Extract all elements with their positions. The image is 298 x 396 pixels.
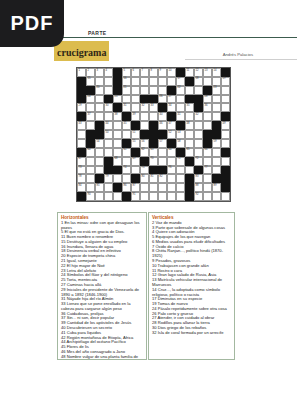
- cell-number: 27: [168, 95, 171, 98]
- grid-cell[interactable]: 18: [194, 77, 203, 86]
- grid-cell[interactable]: 69: [131, 157, 140, 166]
- grid-cell[interactable]: 89: [212, 183, 221, 192]
- black-cell: [131, 121, 140, 130]
- grid-cell[interactable]: [194, 130, 203, 139]
- grid-cell[interactable]: [95, 166, 104, 175]
- grid-cell[interactable]: [113, 192, 122, 201]
- black-cell: [212, 130, 221, 139]
- grid-cell[interactable]: [176, 103, 185, 112]
- cell-number: 92: [195, 193, 198, 196]
- grid-cell[interactable]: [113, 174, 122, 183]
- black-cell: [95, 174, 104, 183]
- grid-cell[interactable]: 74: [122, 166, 131, 175]
- black-cell: [212, 174, 221, 183]
- black-cell: [86, 139, 95, 148]
- grid-cell[interactable]: [176, 95, 185, 104]
- grid-cell[interactable]: 27: [167, 95, 176, 104]
- black-cell: [158, 103, 167, 112]
- cell-number: 39: [132, 113, 135, 116]
- title-highlight: crucigrama: [54, 41, 109, 61]
- grid-cell[interactable]: 78: [77, 174, 86, 183]
- grid-cell[interactable]: 73: [77, 166, 86, 175]
- grid-cell[interactable]: 7: [140, 68, 149, 77]
- grid-cell[interactable]: [221, 139, 230, 148]
- grid-cell[interactable]: [95, 192, 104, 201]
- cell-number: 8: [150, 69, 152, 72]
- grid-cell[interactable]: 65: [185, 148, 194, 157]
- grid-cell[interactable]: 67: [77, 157, 86, 166]
- grid-cell[interactable]: 92: [194, 192, 203, 201]
- grid-cell[interactable]: [113, 121, 122, 130]
- grid-cell[interactable]: [212, 77, 221, 86]
- grid-cell[interactable]: 30: [104, 103, 113, 112]
- cell-number: 28: [204, 95, 207, 98]
- grid-cell[interactable]: [104, 139, 113, 148]
- grid-cell[interactable]: 85: [95, 183, 104, 192]
- black-cell: [149, 95, 158, 104]
- grid-cell[interactable]: [221, 192, 230, 201]
- grid-cell[interactable]: 43: [77, 121, 86, 130]
- grid-cell[interactable]: 56: [140, 139, 149, 148]
- grid-cell[interactable]: 23: [212, 86, 221, 95]
- cell-number: 78: [78, 175, 81, 178]
- grid-cell[interactable]: 34: [167, 103, 176, 112]
- grid-cell[interactable]: 59: [212, 139, 221, 148]
- grid-cell[interactable]: [167, 192, 176, 201]
- black-cell: [185, 183, 194, 192]
- cell-number: 91: [132, 193, 135, 196]
- grid-cell[interactable]: [86, 121, 95, 130]
- grid-cell[interactable]: 79: [104, 174, 113, 183]
- grid-cell[interactable]: [86, 183, 95, 192]
- down-clues-list: 2 Voz de mando3 Parte que sobresale de a…: [152, 221, 231, 336]
- cell-number: 20: [96, 86, 99, 89]
- black-cell: [203, 130, 212, 139]
- black-cell: [77, 148, 86, 157]
- black-cell: [140, 157, 149, 166]
- grid-cell[interactable]: [149, 183, 158, 192]
- cell-number: 66: [204, 148, 207, 151]
- cell-number: 38: [114, 113, 117, 116]
- grid-cell[interactable]: [122, 130, 131, 139]
- grid-cell[interactable]: 76: [167, 166, 176, 175]
- black-cell: [167, 112, 176, 121]
- grid-cell[interactable]: [86, 103, 95, 112]
- grid-cell[interactable]: 80: [140, 174, 149, 183]
- cell-number: 70: [150, 157, 153, 160]
- cell-number: 22: [177, 86, 180, 89]
- grid-cell[interactable]: 51: [131, 130, 140, 139]
- grid-cell[interactable]: 87: [131, 183, 140, 192]
- black-cell: [185, 174, 194, 183]
- cell-number: 74: [123, 166, 126, 169]
- cell-number: 81: [150, 175, 153, 178]
- grid-cell[interactable]: 4: [104, 68, 113, 77]
- grid-cell[interactable]: [212, 148, 221, 157]
- cell-number: 82: [159, 175, 162, 178]
- black-cell: [185, 95, 194, 104]
- grid-cell[interactable]: 24: [86, 95, 95, 104]
- grid-cell[interactable]: [194, 139, 203, 148]
- cell-number: 26: [159, 95, 162, 98]
- black-cell: [122, 139, 131, 148]
- grid-cell[interactable]: 52: [167, 130, 176, 139]
- author-credit: Andrés Palacios: [185, 52, 253, 57]
- grid-cell[interactable]: [185, 112, 194, 121]
- grid-cell[interactable]: [149, 192, 158, 201]
- grid-cell[interactable]: [212, 157, 221, 166]
- grid-cell[interactable]: 83: [194, 174, 203, 183]
- grid-cell[interactable]: 8: [149, 68, 158, 77]
- grid-cell[interactable]: [77, 139, 86, 148]
- cell-number: 30: [105, 104, 108, 107]
- grid-cell[interactable]: [212, 112, 221, 121]
- cell-number: 32: [141, 104, 144, 107]
- grid-cell[interactable]: 5: [122, 68, 131, 77]
- grid-cell[interactable]: 54: [95, 139, 104, 148]
- grid-cell[interactable]: 70: [149, 157, 158, 166]
- grid-cell[interactable]: [203, 112, 212, 121]
- grid-cell[interactable]: [104, 192, 113, 201]
- grid-cell[interactable]: 31: [122, 103, 131, 112]
- grid-cell[interactable]: [194, 86, 203, 95]
- grid-cell[interactable]: [149, 112, 158, 121]
- grid-cell[interactable]: [113, 130, 122, 139]
- cell-number: 6: [132, 69, 134, 72]
- grid-cell[interactable]: 53: [176, 130, 185, 139]
- grid-cell[interactable]: [176, 192, 185, 201]
- black-cell: [185, 77, 194, 86]
- grid-cell[interactable]: 46: [158, 121, 167, 130]
- grid-cell[interactable]: 9: [158, 68, 167, 77]
- black-cell: [221, 112, 230, 121]
- cell-number: 43: [78, 122, 81, 125]
- grid-cell[interactable]: [203, 192, 212, 201]
- grid-cell[interactable]: [194, 121, 203, 130]
- grid-cell[interactable]: 45: [122, 121, 131, 130]
- cell-number: 18: [195, 77, 198, 80]
- grid-cell[interactable]: [131, 86, 140, 95]
- grid-cell[interactable]: 72: [194, 157, 203, 166]
- grid-cell[interactable]: [122, 174, 131, 183]
- cell-number: 2: [87, 69, 89, 72]
- black-cell: [149, 139, 158, 148]
- grid-cell[interactable]: 16: [122, 77, 131, 86]
- grid-cell[interactable]: [149, 86, 158, 95]
- grid-cell[interactable]: [140, 86, 149, 95]
- grid-cell[interactable]: [140, 77, 149, 86]
- grid-cell[interactable]: 1: [77, 68, 86, 77]
- cell-number: 1: [78, 69, 80, 72]
- grid-cell[interactable]: [176, 174, 185, 183]
- cell-number: 23: [213, 86, 216, 89]
- cell-number: 90: [87, 193, 90, 196]
- grid-cell[interactable]: 2: [86, 68, 95, 77]
- grid-cell[interactable]: [158, 157, 167, 166]
- black-cell: [113, 166, 122, 175]
- black-cell: [221, 148, 230, 157]
- grid-cell[interactable]: [203, 183, 212, 192]
- pdf-badge-label: PDF: [11, 12, 54, 35]
- black-cell: [86, 86, 95, 95]
- grid-cell[interactable]: 19: [221, 77, 230, 86]
- grid-cell[interactable]: [86, 174, 95, 183]
- grid-cell[interactable]: [104, 148, 113, 157]
- grid-cell[interactable]: 42: [194, 112, 203, 121]
- cell-number: 12: [195, 69, 198, 72]
- grid-cell[interactable]: [149, 77, 158, 86]
- grid-cell[interactable]: 61: [122, 148, 131, 157]
- grid-cell[interactable]: [185, 86, 194, 95]
- grid-cell[interactable]: [122, 157, 131, 166]
- grid-cell[interactable]: [203, 174, 212, 183]
- grid-cell[interactable]: 22: [176, 86, 185, 95]
- cell-number: 52: [168, 131, 171, 134]
- black-cell: [149, 166, 158, 175]
- grid-cell[interactable]: 38: [113, 112, 122, 121]
- black-cell: [221, 183, 230, 192]
- grid-cell[interactable]: [221, 157, 230, 166]
- grid-cell[interactable]: 21: [122, 86, 131, 95]
- grid-cell[interactable]: [221, 86, 230, 95]
- cell-number: 55: [132, 140, 135, 143]
- grid-cell[interactable]: [86, 157, 95, 166]
- grid-cell[interactable]: 10: [167, 68, 176, 77]
- black-cell: [77, 192, 86, 201]
- black-cell: [104, 157, 113, 166]
- grid-cell[interactable]: 66: [203, 148, 212, 157]
- grid-cell[interactable]: 39: [131, 112, 140, 121]
- grid-cell[interactable]: 11: [185, 68, 194, 77]
- cell-number: 37: [87, 113, 90, 116]
- black-cell: [194, 166, 203, 175]
- grid-cell[interactable]: 55: [131, 139, 140, 148]
- grid-cell[interactable]: [113, 139, 122, 148]
- cell-number: 50: [105, 131, 108, 134]
- grid-cell[interactable]: [158, 148, 167, 157]
- cell-number: 36: [204, 104, 207, 107]
- grid-cell[interactable]: 68: [113, 157, 122, 166]
- grid-cell[interactable]: [167, 174, 176, 183]
- cell-number: 24: [87, 95, 90, 98]
- black-cell: [113, 183, 122, 192]
- grid-cell[interactable]: [158, 192, 167, 201]
- grid-cell[interactable]: 90: [86, 192, 95, 201]
- grid-cell[interactable]: 63: [149, 148, 158, 157]
- grid-cell[interactable]: 33: [149, 103, 158, 112]
- grid-cell[interactable]: 88: [194, 183, 203, 192]
- grid-cell[interactable]: [86, 166, 95, 175]
- grid-cell[interactable]: 86: [122, 183, 131, 192]
- black-cell: [167, 139, 176, 148]
- grid-cell[interactable]: [212, 103, 221, 112]
- grid-cell[interactable]: 25: [113, 95, 122, 104]
- grid-cell[interactable]: [131, 103, 140, 112]
- grid-cell[interactable]: [131, 166, 140, 175]
- grid-cell[interactable]: 6: [131, 68, 140, 77]
- grid-cell[interactable]: 41: [176, 112, 185, 121]
- grid-cell[interactable]: 40: [158, 112, 167, 121]
- grid-cell[interactable]: [104, 86, 113, 95]
- grid-cell[interactable]: [122, 95, 131, 104]
- cell-number: 67: [78, 157, 81, 160]
- black-cell: [221, 68, 230, 77]
- cell-number: 88: [195, 184, 198, 187]
- grid-cell[interactable]: [140, 183, 149, 192]
- grid-cell[interactable]: 29: [77, 103, 86, 112]
- cell-number: 86: [123, 184, 126, 187]
- grid-cell[interactable]: 28: [203, 95, 212, 104]
- cell-number: 40: [159, 113, 162, 116]
- grid-cell[interactable]: 12: [194, 68, 203, 77]
- grid-cell[interactable]: 58: [176, 139, 185, 148]
- grid-cell[interactable]: [176, 166, 185, 175]
- grid-cell[interactable]: 15: [86, 77, 95, 86]
- grid-cell[interactable]: [212, 166, 221, 175]
- page-title: crucigrama: [54, 41, 109, 61]
- cell-number: 41: [177, 113, 180, 116]
- black-cell: [86, 130, 95, 139]
- grid-cell[interactable]: 49: [221, 121, 230, 130]
- grid-cell[interactable]: 50: [104, 130, 113, 139]
- cell-number: 72: [195, 157, 198, 160]
- cell-number: 35: [186, 104, 189, 107]
- grid-cell[interactable]: 64: [167, 148, 176, 157]
- down-clues-box: Verticales 2 Voz de mando3 Parte que sob…: [148, 212, 235, 360]
- grid-cell[interactable]: [77, 130, 86, 139]
- grid-cell[interactable]: [221, 130, 230, 139]
- grid-cell[interactable]: 75: [140, 166, 149, 175]
- grid-cell[interactable]: [104, 77, 113, 86]
- grid-cell[interactable]: [158, 86, 167, 95]
- grid-cell[interactable]: [140, 121, 149, 130]
- black-cell: [176, 121, 185, 130]
- grid-cell[interactable]: 91: [131, 192, 140, 201]
- cell-number: 80: [141, 175, 144, 178]
- cell-number: 33: [150, 104, 153, 107]
- grid-cell[interactable]: [212, 95, 221, 104]
- grid-cell[interactable]: [95, 157, 104, 166]
- cell-number: 60: [87, 148, 90, 151]
- cell-number: 11: [186, 69, 189, 72]
- grid-cell[interactable]: 71: [176, 157, 185, 166]
- black-cell: [203, 86, 212, 95]
- black-cell: [140, 95, 149, 104]
- grid-cell[interactable]: 77: [203, 166, 212, 175]
- grid-cell[interactable]: [167, 157, 176, 166]
- grid-cell[interactable]: [95, 95, 104, 104]
- grid-cell[interactable]: 62: [140, 148, 149, 157]
- grid-cell[interactable]: 36: [203, 103, 212, 112]
- black-cell: [122, 192, 131, 201]
- grid-cell[interactable]: 48: [185, 121, 194, 130]
- grid-cell[interactable]: 3: [95, 68, 104, 77]
- cell-number: 31: [123, 104, 126, 107]
- cell-number: 89: [213, 184, 216, 187]
- grid-cell[interactable]: [167, 183, 176, 192]
- grid-cell[interactable]: [212, 192, 221, 201]
- grid-cell[interactable]: 13: [203, 68, 212, 77]
- black-cell: [104, 95, 113, 104]
- cell-number: 59: [213, 140, 216, 143]
- cell-number: 51: [132, 131, 135, 134]
- cell-number: 73: [78, 166, 81, 169]
- grid-cell[interactable]: [221, 95, 230, 104]
- grid-cell[interactable]: [158, 77, 167, 86]
- grid-cell[interactable]: 20: [95, 86, 104, 95]
- grid-cell[interactable]: 32: [140, 103, 149, 112]
- clue-item: 48 Nombre vulgar de una planta familia d…: [61, 355, 143, 360]
- cell-number: 34: [168, 104, 171, 107]
- cell-number: 3: [96, 69, 98, 72]
- grid-cell[interactable]: [203, 121, 212, 130]
- grid-cell[interactable]: [185, 139, 194, 148]
- black-cell: [185, 157, 194, 166]
- grid-cell[interactable]: [95, 148, 104, 157]
- grid-cell[interactable]: [113, 148, 122, 157]
- grid-cell[interactable]: 44: [104, 121, 113, 130]
- grid-cell[interactable]: 14: [212, 68, 221, 77]
- grid-cell[interactable]: 17: [176, 77, 185, 86]
- grid-cell[interactable]: [158, 183, 167, 192]
- grid-cell[interactable]: [95, 103, 104, 112]
- across-clues-list: 1 En las minas: odre con que desaguan lo…: [61, 221, 143, 360]
- black-cell: [185, 192, 194, 201]
- grid-cell[interactable]: [221, 103, 230, 112]
- grid-cell[interactable]: [185, 130, 194, 139]
- grid-cell[interactable]: 81: [149, 174, 158, 183]
- grid-cell[interactable]: [140, 112, 149, 121]
- cell-number: 64: [168, 148, 171, 151]
- grid-cell[interactable]: 84: [77, 183, 86, 192]
- cell-number: 5: [123, 69, 125, 72]
- cell-number: 77: [204, 166, 207, 169]
- grid-cell[interactable]: 26: [158, 95, 167, 104]
- black-cell: [221, 174, 230, 183]
- grid-cell[interactable]: [176, 183, 185, 192]
- grid-cell[interactable]: [104, 112, 113, 121]
- cell-number: 25: [114, 95, 117, 98]
- black-cell: [149, 121, 158, 130]
- crossword-grid: 1234567891011121314151617181920212223242…: [76, 67, 231, 202]
- cell-number: 42: [195, 113, 198, 116]
- cell-number: 68: [114, 157, 117, 160]
- grid-cell[interactable]: [104, 183, 113, 192]
- grid-cell[interactable]: 82: [158, 174, 167, 183]
- crossword-cells: 1234567891011121314151617181920212223242…: [77, 68, 230, 201]
- grid-cell[interactable]: [203, 77, 212, 86]
- cell-number: 10: [168, 69, 171, 72]
- grid-cell[interactable]: [131, 77, 140, 86]
- grid-cell[interactable]: [131, 95, 140, 104]
- cell-number: 65: [186, 148, 189, 151]
- grid-cell[interactable]: [95, 112, 104, 121]
- black-cell: [113, 103, 122, 112]
- cell-number: 13: [204, 69, 207, 72]
- black-cell: [95, 121, 104, 130]
- grid-cell[interactable]: [194, 148, 203, 157]
- grid-cell[interactable]: [185, 166, 194, 175]
- grid-cell[interactable]: [167, 77, 176, 86]
- grid-cell[interactable]: [95, 77, 104, 86]
- grid-cell[interactable]: 57: [158, 139, 167, 148]
- grid-cell[interactable]: 35: [185, 103, 194, 112]
- grid-cell[interactable]: 60: [86, 148, 95, 157]
- grid-cell[interactable]: 37: [86, 112, 95, 121]
- grid-cell[interactable]: [203, 157, 212, 166]
- grid-cell[interactable]: [140, 192, 149, 201]
- grid-cell[interactable]: 47: [167, 121, 176, 130]
